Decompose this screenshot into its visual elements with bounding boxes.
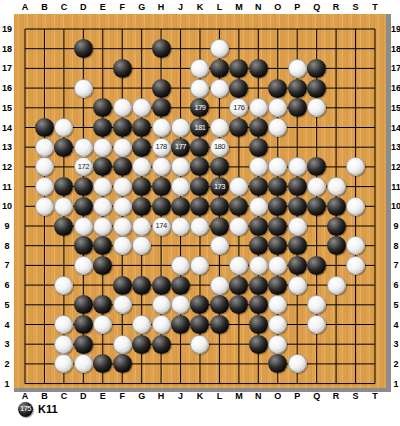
stone-black [74, 335, 93, 354]
row-label-left: 16 [2, 84, 12, 93]
stone-black [307, 197, 326, 216]
col-label-bottom: S [353, 392, 359, 401]
stone-black [113, 354, 132, 373]
stone-white [35, 197, 54, 216]
stone-white [249, 98, 268, 117]
stone-white [268, 335, 287, 354]
row-label-left: 13 [2, 143, 12, 152]
stone-white [113, 236, 132, 255]
col-label-bottom: E [100, 392, 106, 401]
stone-white [190, 217, 209, 236]
stone-black [229, 276, 248, 295]
col-label-bottom: A [22, 392, 29, 401]
stone-black [249, 276, 268, 295]
stone-white [229, 217, 248, 236]
row-label-right: 3 [393, 340, 398, 349]
stone-white [54, 276, 73, 295]
col-label-top: Q [313, 3, 320, 12]
stone-white-numbered: 178 [152, 138, 171, 157]
stone-black [288, 256, 307, 275]
stone-white [288, 59, 307, 78]
stone-black [327, 217, 346, 236]
stone-black [249, 315, 268, 334]
col-label-bottom: F [119, 392, 125, 401]
col-label-top: K [197, 3, 204, 12]
col-label-bottom: B [41, 392, 48, 401]
stone-black [288, 79, 307, 98]
stone-black [74, 177, 93, 196]
stone-black [249, 138, 268, 157]
stone-white [346, 197, 365, 216]
row-label-right: 12 [391, 162, 400, 171]
col-label-bottom: C [61, 392, 68, 401]
caption-move-point: K11 [38, 403, 58, 415]
stone-black [132, 276, 151, 295]
stone-black [327, 197, 346, 216]
stone-white [210, 118, 229, 137]
stone-black [307, 79, 326, 98]
stone-white [113, 98, 132, 117]
stone-black [171, 197, 190, 216]
col-label-bottom: H [158, 392, 165, 401]
stone-black [152, 276, 171, 295]
stone-white [74, 138, 93, 157]
stone-black-numbered: 173 [210, 177, 229, 196]
stone-black [268, 276, 287, 295]
row-label-left: 18 [2, 44, 12, 53]
col-label-top: D [80, 3, 87, 12]
stone-white [190, 79, 209, 98]
stone-white [288, 217, 307, 236]
stone-black [249, 177, 268, 196]
row-label-right: 17 [391, 64, 400, 73]
row-label-left: 10 [2, 202, 12, 211]
row-label-left: 6 [4, 281, 9, 290]
row-label-right: 16 [391, 84, 400, 93]
stone-white [35, 177, 54, 196]
row-label-left: 3 [4, 340, 9, 349]
stone-black [74, 295, 93, 314]
stone-black [210, 197, 229, 216]
stone-black [307, 59, 326, 78]
stone-black [288, 197, 307, 216]
col-label-top: F [119, 3, 125, 12]
stone-white [171, 217, 190, 236]
stone-black [74, 315, 93, 334]
col-label-bottom: O [274, 392, 281, 401]
stone-black [249, 217, 268, 236]
col-label-top: A [22, 3, 29, 12]
stone-white [171, 118, 190, 137]
stone-white [288, 157, 307, 176]
col-label-top: B [41, 3, 48, 12]
row-label-right: 4 [393, 320, 398, 329]
stone-white [152, 157, 171, 176]
row-label-left: 19 [2, 25, 12, 34]
stone-black [54, 217, 73, 236]
stone-white [327, 177, 346, 196]
row-label-left: 8 [4, 241, 9, 250]
stone-white [152, 295, 171, 314]
stone-white [210, 39, 229, 58]
col-label-top: J [178, 3, 183, 12]
stone-white [93, 217, 112, 236]
stone-white [327, 276, 346, 295]
stone-black [74, 197, 93, 216]
stone-black [249, 118, 268, 137]
caption: 175 K11 [18, 401, 58, 417]
stone-white [74, 217, 93, 236]
stone-black [74, 236, 93, 255]
col-label-top: C [61, 3, 68, 12]
stone-white [113, 295, 132, 314]
stone-black [54, 138, 73, 157]
stone-black [113, 59, 132, 78]
stone-black [152, 177, 171, 196]
row-label-left: 9 [4, 222, 9, 231]
stone-white [113, 177, 132, 196]
stone-black [229, 79, 248, 98]
caption-stone-black: 175 [18, 402, 33, 417]
row-label-right: 19 [391, 25, 400, 34]
stone-black [249, 295, 268, 314]
row-label-right: 14 [391, 123, 400, 132]
col-label-top: P [294, 3, 300, 12]
stone-white [113, 335, 132, 354]
row-label-left: 5 [4, 300, 9, 309]
stone-white [288, 276, 307, 295]
stone-black [327, 236, 346, 255]
col-label-top: O [274, 3, 281, 12]
stone-white [54, 335, 73, 354]
stone-white [74, 256, 93, 275]
stone-black [249, 59, 268, 78]
stone-white [132, 217, 151, 236]
stone-white [93, 138, 112, 157]
col-label-bottom: J [178, 392, 183, 401]
stone-white [113, 138, 132, 157]
stone-black [249, 236, 268, 255]
col-label-bottom: L [217, 392, 223, 401]
stone-white [74, 79, 93, 98]
stone-white [210, 79, 229, 98]
stone-white [35, 138, 54, 157]
stone-black [113, 276, 132, 295]
col-label-top: H [158, 3, 165, 12]
col-label-top: L [217, 3, 223, 12]
row-label-right: 5 [393, 300, 398, 309]
stone-white [210, 276, 229, 295]
row-label-left: 12 [2, 162, 12, 171]
stone-black [132, 197, 151, 216]
row-label-left: 4 [4, 320, 9, 329]
stone-black-numbered: 177 [171, 138, 190, 157]
row-label-right: 11 [391, 182, 400, 191]
col-label-top: T [372, 3, 378, 12]
stone-black [288, 98, 307, 117]
row-label-left: 2 [4, 359, 9, 368]
stone-white [171, 177, 190, 196]
stone-black [288, 177, 307, 196]
stone-black [210, 315, 229, 334]
col-label-top: S [353, 3, 359, 12]
stone-white [346, 256, 365, 275]
stone-black [210, 217, 229, 236]
col-label-bottom: Q [313, 392, 320, 401]
row-label-right: 15 [391, 103, 400, 112]
stone-white [113, 217, 132, 236]
stone-black [249, 335, 268, 354]
row-label-left: 1 [4, 379, 9, 388]
stone-white-numbered: 174 [152, 217, 171, 236]
stone-black [113, 118, 132, 137]
stone-black [152, 98, 171, 117]
col-label-top: G [138, 3, 145, 12]
stone-white [152, 315, 171, 334]
row-label-right: 13 [391, 143, 400, 152]
col-label-top: E [100, 3, 106, 12]
stone-black [35, 118, 54, 137]
row-label-left: 11 [2, 182, 12, 191]
col-label-bottom: R [333, 392, 340, 401]
stone-black [268, 79, 287, 98]
row-label-right: 2 [393, 359, 398, 368]
stone-white [249, 197, 268, 216]
col-label-top: N [255, 3, 262, 12]
row-label-right: 1 [393, 379, 398, 388]
stone-white [288, 354, 307, 373]
col-label-top: R [333, 3, 340, 12]
stone-black [152, 197, 171, 216]
stone-black [268, 197, 287, 216]
stone-black [132, 335, 151, 354]
stone-black [113, 157, 132, 176]
stone-black [171, 276, 190, 295]
row-label-right: 10 [391, 202, 400, 211]
stone-black [152, 79, 171, 98]
row-label-left: 7 [4, 261, 9, 270]
row-label-right: 6 [393, 281, 398, 290]
stone-white [210, 236, 229, 255]
go-board-diagram: 179176181178177180172173174 AABBCCDDEEFF… [0, 0, 400, 426]
col-label-bottom: G [138, 392, 145, 401]
col-label-top: M [235, 3, 243, 12]
stone-white [93, 197, 112, 216]
stone-black [210, 59, 229, 78]
col-label-bottom: D [80, 392, 87, 401]
stone-black [152, 39, 171, 58]
stone-black [171, 315, 190, 334]
stone-white [171, 256, 190, 275]
row-label-left: 15 [2, 103, 12, 112]
stone-black [307, 256, 326, 275]
stone-black [288, 236, 307, 255]
row-label-right: 18 [391, 44, 400, 53]
row-label-right: 7 [393, 261, 398, 270]
row-label-right: 8 [393, 241, 398, 250]
col-label-bottom: M [235, 392, 243, 401]
stone-white-numbered: 180 [210, 138, 229, 157]
col-label-bottom: P [294, 392, 300, 401]
stone-white [249, 256, 268, 275]
col-label-bottom: T [372, 392, 378, 401]
row-label-left: 14 [2, 123, 12, 132]
stone-white [152, 118, 171, 137]
stone-black [268, 217, 287, 236]
col-label-bottom: N [255, 392, 262, 401]
stone-white [113, 197, 132, 216]
col-label-bottom: K [197, 392, 204, 401]
row-label-left: 17 [2, 64, 12, 73]
stone-black [152, 335, 171, 354]
row-label-right: 9 [393, 222, 398, 231]
stone-black [132, 138, 151, 157]
stone-black [74, 39, 93, 58]
